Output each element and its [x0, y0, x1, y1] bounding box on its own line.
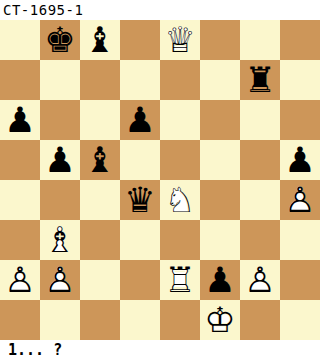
- white-knight: ♘: [160, 180, 200, 220]
- square-h7[interactable]: [280, 60, 320, 100]
- white-pawn: ♙: [40, 260, 80, 300]
- piece-white-fill: ♞: [160, 180, 200, 220]
- square-d2[interactable]: [120, 260, 160, 300]
- square-h2[interactable]: [280, 260, 320, 300]
- piece-white-fill: ♚: [200, 300, 240, 340]
- white-pawn: ♙: [0, 260, 40, 300]
- move-prompt: 1... ?: [0, 340, 320, 360]
- square-f5[interactable]: [200, 140, 240, 180]
- square-d4[interactable]: ♛: [120, 180, 160, 220]
- white-king: ♔: [200, 300, 240, 340]
- piece-white-fill: ♛: [160, 20, 200, 60]
- piece-white-fill: ♟: [40, 260, 80, 300]
- square-e5[interactable]: [160, 140, 200, 180]
- square-h8[interactable]: [280, 20, 320, 60]
- square-f8[interactable]: [200, 20, 240, 60]
- white-queen: ♕: [160, 20, 200, 60]
- square-c6[interactable]: [80, 100, 120, 140]
- piece-white-fill: ♟: [240, 260, 280, 300]
- square-h3[interactable]: [280, 220, 320, 260]
- square-d5[interactable]: [120, 140, 160, 180]
- square-f4[interactable]: [200, 180, 240, 220]
- square-d8[interactable]: [120, 20, 160, 60]
- square-a5[interactable]: [0, 140, 40, 180]
- square-e3[interactable]: [160, 220, 200, 260]
- square-f6[interactable]: [200, 100, 240, 140]
- black-bishop: ♝: [80, 20, 120, 60]
- square-a4[interactable]: [0, 180, 40, 220]
- piece-white-fill: ♟: [0, 260, 40, 300]
- square-f7[interactable]: [200, 60, 240, 100]
- white-pawn: ♙: [280, 180, 320, 220]
- square-c8[interactable]: ♝: [80, 20, 120, 60]
- chess-puzzle-app: CT-1695-1 ♚♝♛♕♜♟♟♟♝♟♛♞♘♟♙♝♗♟♙♟♙♜♖♟♟♙♚♔ 1…: [0, 0, 320, 360]
- square-b8[interactable]: ♚: [40, 20, 80, 60]
- square-e6[interactable]: [160, 100, 200, 140]
- square-c7[interactable]: [80, 60, 120, 100]
- square-g5[interactable]: [240, 140, 280, 180]
- square-e7[interactable]: [160, 60, 200, 100]
- white-rook: ♖: [160, 260, 200, 300]
- square-b7[interactable]: [40, 60, 80, 100]
- square-f3[interactable]: [200, 220, 240, 260]
- square-c2[interactable]: [80, 260, 120, 300]
- chess-board: ♚♝♛♕♜♟♟♟♝♟♛♞♘♟♙♝♗♟♙♟♙♜♖♟♟♙♚♔: [0, 20, 320, 340]
- square-b4[interactable]: [40, 180, 80, 220]
- square-c3[interactable]: [80, 220, 120, 260]
- square-a7[interactable]: [0, 60, 40, 100]
- square-d1[interactable]: [120, 300, 160, 340]
- square-c1[interactable]: [80, 300, 120, 340]
- square-g8[interactable]: [240, 20, 280, 60]
- square-a2[interactable]: ♟♙: [0, 260, 40, 300]
- square-c5[interactable]: ♝: [80, 140, 120, 180]
- square-d6[interactable]: ♟: [120, 100, 160, 140]
- puzzle-title: CT-1695-1: [0, 0, 320, 20]
- square-g7[interactable]: ♜: [240, 60, 280, 100]
- black-pawn: ♟: [200, 260, 240, 300]
- square-b3[interactable]: ♝♗: [40, 220, 80, 260]
- black-queen: ♛: [120, 180, 160, 220]
- square-e1[interactable]: [160, 300, 200, 340]
- black-pawn: ♟: [120, 100, 160, 140]
- square-e8[interactable]: ♛♕: [160, 20, 200, 60]
- square-g4[interactable]: [240, 180, 280, 220]
- square-b5[interactable]: ♟: [40, 140, 80, 180]
- square-b1[interactable]: [40, 300, 80, 340]
- black-pawn: ♟: [280, 140, 320, 180]
- piece-white-fill: ♜: [160, 260, 200, 300]
- square-d3[interactable]: [120, 220, 160, 260]
- black-pawn: ♟: [0, 100, 40, 140]
- square-h1[interactable]: [280, 300, 320, 340]
- black-bishop: ♝: [80, 140, 120, 180]
- square-g6[interactable]: [240, 100, 280, 140]
- black-king: ♚: [40, 20, 80, 60]
- square-h6[interactable]: [280, 100, 320, 140]
- piece-white-fill: ♟: [280, 180, 320, 220]
- square-a3[interactable]: [0, 220, 40, 260]
- black-pawn: ♟: [40, 140, 80, 180]
- black-rook: ♜: [240, 60, 280, 100]
- square-c4[interactable]: [80, 180, 120, 220]
- piece-white-fill: ♝: [40, 220, 80, 260]
- square-e4[interactable]: ♞♘: [160, 180, 200, 220]
- square-h5[interactable]: ♟: [280, 140, 320, 180]
- square-h4[interactable]: ♟♙: [280, 180, 320, 220]
- white-bishop: ♗: [40, 220, 80, 260]
- square-g1[interactable]: [240, 300, 280, 340]
- square-b6[interactable]: [40, 100, 80, 140]
- square-f2[interactable]: ♟: [200, 260, 240, 300]
- square-b2[interactable]: ♟♙: [40, 260, 80, 300]
- white-pawn: ♙: [240, 260, 280, 300]
- square-f1[interactable]: ♚♔: [200, 300, 240, 340]
- square-a8[interactable]: [0, 20, 40, 60]
- square-g2[interactable]: ♟♙: [240, 260, 280, 300]
- square-a6[interactable]: ♟: [0, 100, 40, 140]
- square-e2[interactable]: ♜♖: [160, 260, 200, 300]
- square-a1[interactable]: [0, 300, 40, 340]
- square-g3[interactable]: [240, 220, 280, 260]
- square-d7[interactable]: [120, 60, 160, 100]
